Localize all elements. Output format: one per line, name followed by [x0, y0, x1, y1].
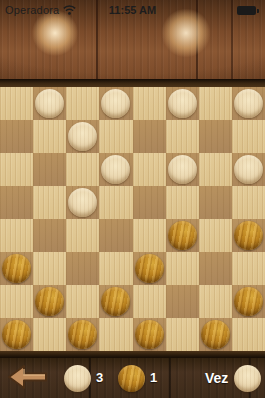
board-square[interactable]: [133, 120, 166, 153]
board-square[interactable]: [66, 285, 99, 318]
board-square[interactable]: [133, 219, 166, 252]
board-square[interactable]: ⛀: [166, 87, 199, 120]
board-square[interactable]: ⛂: [66, 318, 99, 351]
board-square[interactable]: [199, 285, 232, 318]
board-square[interactable]: [99, 120, 132, 153]
checker-light[interactable]: ⛀: [168, 89, 197, 118]
dark-captured-count: 1: [150, 358, 157, 398]
board-square[interactable]: [33, 120, 66, 153]
board-square[interactable]: [166, 120, 199, 153]
status-bar: Operadora 11:55 AM: [0, 0, 265, 20]
board-square[interactable]: [33, 186, 66, 219]
board-square[interactable]: ⛂: [99, 285, 132, 318]
checker-dark[interactable]: ⛂: [101, 287, 130, 316]
board-square[interactable]: [232, 318, 265, 351]
board-square[interactable]: [166, 318, 199, 351]
board-frame-bottom: [0, 351, 265, 358]
undo-button[interactable]: [7, 364, 49, 392]
checker-light[interactable]: ⛀: [68, 122, 97, 151]
board-square[interactable]: ⛂: [166, 219, 199, 252]
bottom-toolbar: 3 1 Vez: [0, 358, 265, 398]
checker-dark[interactable]: ⛂: [2, 320, 31, 349]
board-square[interactable]: [199, 219, 232, 252]
checker-dark[interactable]: ⛂: [68, 320, 97, 349]
checker-dark[interactable]: ⛂: [35, 287, 64, 316]
checker-dark[interactable]: ⛂: [135, 320, 164, 349]
checker-light[interactable]: ⛀: [234, 89, 263, 118]
board-square[interactable]: ⛂: [232, 219, 265, 252]
board-square[interactable]: [0, 153, 33, 186]
checker-light[interactable]: ⛀: [234, 155, 263, 184]
board-square[interactable]: ⛀: [232, 87, 265, 120]
board-square[interactable]: [133, 285, 166, 318]
board-square[interactable]: [0, 186, 33, 219]
board-square[interactable]: [232, 120, 265, 153]
board-square[interactable]: ⛂: [133, 318, 166, 351]
board-square[interactable]: [66, 153, 99, 186]
checker-light[interactable]: ⛀: [101, 89, 130, 118]
board-square[interactable]: [232, 252, 265, 285]
board-square[interactable]: ⛂: [0, 252, 33, 285]
checker-dark[interactable]: ⛂: [201, 320, 230, 349]
clock: 11:55 AM: [0, 4, 265, 16]
board-square[interactable]: ⛂: [199, 318, 232, 351]
board-square[interactable]: [33, 219, 66, 252]
board-square[interactable]: [99, 318, 132, 351]
board-square[interactable]: [99, 186, 132, 219]
light-captured-count: 3: [96, 358, 103, 398]
light-captured-piece-icon: [64, 365, 91, 392]
board-square[interactable]: [166, 285, 199, 318]
checkers-board: ⛀⛀⛀⛀⛀⛀⛀⛀⛀⛂⛂⛂⛂⛂⛂⛂⛂⛂⛂⛂: [0, 87, 265, 351]
board-square[interactable]: [199, 153, 232, 186]
board-square[interactable]: ⛂: [0, 318, 33, 351]
board-square[interactable]: [33, 318, 66, 351]
dark-captured-piece-icon: [118, 365, 145, 392]
board-square[interactable]: [166, 252, 199, 285]
board-square[interactable]: [232, 186, 265, 219]
board-square[interactable]: ⛀: [66, 186, 99, 219]
board-square[interactable]: [0, 219, 33, 252]
board-square[interactable]: ⛀: [33, 87, 66, 120]
board-square[interactable]: [199, 252, 232, 285]
board-square[interactable]: [199, 87, 232, 120]
checker-dark[interactable]: ⛂: [234, 287, 263, 316]
turn-indicator-piece: [234, 365, 261, 392]
board-square[interactable]: [0, 87, 33, 120]
checker-light[interactable]: ⛀: [101, 155, 130, 184]
board-square[interactable]: [66, 219, 99, 252]
turn-label: Vez: [205, 358, 228, 398]
app-screen: Operadora 11:55 AM ⛀⛀⛀⛀⛀⛀⛀⛀⛀⛂⛂⛂⛂⛂⛂⛂⛂⛂⛂⛂ …: [0, 0, 265, 398]
board-square[interactable]: ⛂: [33, 285, 66, 318]
board-square[interactable]: [199, 186, 232, 219]
battery-icon: [237, 6, 256, 15]
board-frame-top: [0, 79, 265, 87]
checker-dark[interactable]: ⛂: [135, 254, 164, 283]
board-square[interactable]: [33, 153, 66, 186]
board-square[interactable]: [66, 87, 99, 120]
board-square[interactable]: [99, 252, 132, 285]
board-square[interactable]: [66, 252, 99, 285]
board-square[interactable]: ⛀: [66, 120, 99, 153]
board-square[interactable]: ⛂: [232, 285, 265, 318]
checker-dark[interactable]: ⛂: [234, 221, 263, 250]
board-square[interactable]: [0, 120, 33, 153]
board-square[interactable]: [199, 120, 232, 153]
board-square[interactable]: [166, 186, 199, 219]
back-arrow-icon: [7, 364, 49, 392]
board-square[interactable]: [0, 285, 33, 318]
board-square[interactable]: ⛀: [232, 153, 265, 186]
board-square[interactable]: ⛂: [133, 252, 166, 285]
checker-light[interactable]: ⛀: [35, 89, 64, 118]
board-square[interactable]: [133, 186, 166, 219]
checker-light[interactable]: ⛀: [168, 155, 197, 184]
board-square[interactable]: [133, 153, 166, 186]
board-square[interactable]: [133, 87, 166, 120]
board-square[interactable]: [33, 252, 66, 285]
checker-dark[interactable]: ⛂: [168, 221, 197, 250]
checker-light[interactable]: ⛀: [68, 188, 97, 217]
checker-dark[interactable]: ⛂: [2, 254, 31, 283]
board-square[interactable]: ⛀: [99, 87, 132, 120]
board-square[interactable]: ⛀: [166, 153, 199, 186]
board-square[interactable]: [99, 219, 132, 252]
board-square[interactable]: ⛀: [99, 153, 132, 186]
